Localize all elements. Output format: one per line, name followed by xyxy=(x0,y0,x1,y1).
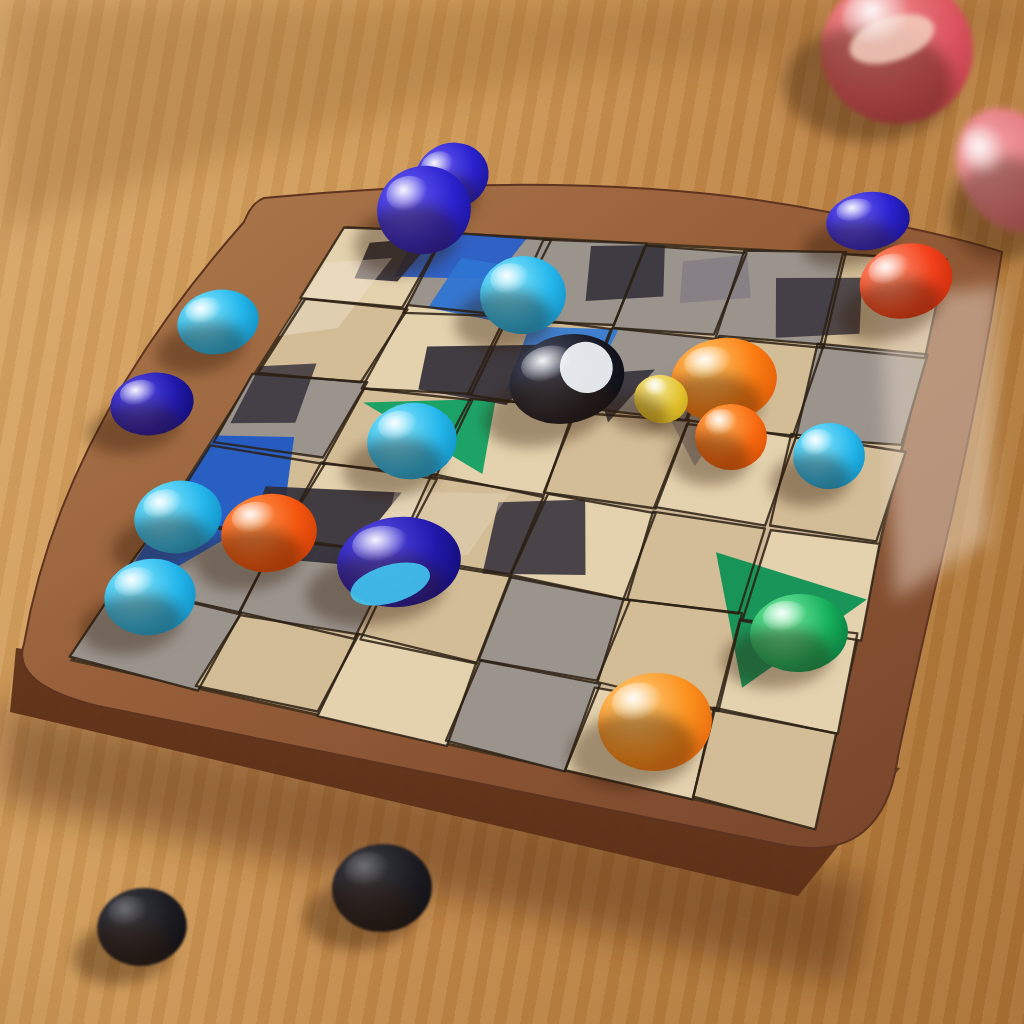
red-marble-accent xyxy=(844,5,942,74)
orange-gem-large[interactable] xyxy=(593,667,717,776)
red-marble[interactable] xyxy=(821,0,973,124)
scene xyxy=(0,0,1024,1024)
black-pebble-right[interactable] xyxy=(329,841,435,936)
lapis-cyan-blob[interactable] xyxy=(333,511,466,613)
cyan-stone-1[interactable] xyxy=(476,252,570,339)
cyan-stone-2[interactable] xyxy=(171,282,265,362)
cyan-stone-3[interactable] xyxy=(790,419,869,492)
orange-stone-small[interactable] xyxy=(695,404,767,470)
black-white-stone-accent xyxy=(555,336,619,398)
lapis-stone-left[interactable] xyxy=(105,366,198,442)
cyan-stone-6[interactable] xyxy=(98,552,202,643)
cyan-stone-4[interactable] xyxy=(362,397,462,485)
lapis-cyan-blob-accent xyxy=(346,554,435,613)
pink-object[interactable] xyxy=(935,89,1024,251)
orange-stone-left[interactable] xyxy=(216,488,322,579)
black-pebble-left[interactable] xyxy=(92,882,192,972)
green-gem[interactable] xyxy=(747,591,850,676)
stones-layer xyxy=(0,0,1024,1024)
